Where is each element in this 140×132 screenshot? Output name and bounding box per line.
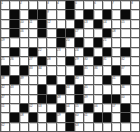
letter-cell[interactable]	[20, 123, 28, 131]
letter-cell[interactable]	[66, 66, 74, 74]
blocked-cell	[47, 95, 55, 103]
blocked-cell	[94, 113, 102, 121]
letter-cell[interactable]	[66, 20, 74, 28]
letter-cell[interactable]	[38, 76, 46, 84]
letter-cell[interactable]	[112, 20, 120, 28]
letter-cell[interactable]: 25	[1, 57, 9, 65]
blocked-cell	[38, 85, 46, 93]
clue-number: 18	[112, 29, 116, 32]
letter-cell[interactable]	[75, 10, 83, 18]
letter-cell[interactable]	[112, 113, 120, 121]
letter-cell[interactable]: 53	[38, 104, 46, 112]
blocked-cell	[66, 1, 74, 9]
letter-cell[interactable]	[29, 85, 37, 93]
letter-cell[interactable]	[47, 104, 55, 112]
blocked-cell	[84, 48, 92, 56]
letter-cell[interactable]	[112, 123, 120, 131]
letter-cell[interactable]	[1, 20, 9, 28]
letter-cell[interactable]: 10	[20, 20, 28, 28]
blocked-cell	[1, 66, 9, 74]
letter-cell[interactable]	[131, 38, 139, 46]
letter-cell[interactable]	[38, 1, 46, 9]
clue-number: 30	[84, 57, 88, 60]
blocked-cell	[38, 20, 46, 28]
letter-cell[interactable]	[20, 57, 28, 65]
letter-cell[interactable]	[57, 57, 65, 65]
letter-cell[interactable]: 55	[75, 104, 83, 112]
blocked-cell	[75, 38, 83, 46]
letter-cell[interactable]	[103, 104, 111, 112]
letter-cell[interactable]	[29, 29, 37, 37]
letter-cell[interactable]: 42	[1, 85, 9, 93]
letter-cell[interactable]	[29, 1, 37, 9]
blocked-cell	[66, 57, 74, 65]
clue-number: 5	[75, 1, 77, 4]
blocked-cell	[66, 29, 74, 37]
blocked-cell	[94, 20, 102, 28]
letter-cell[interactable]: 41	[112, 76, 120, 84]
letter-cell[interactable]: 37	[121, 66, 129, 74]
letter-cell[interactable]	[57, 66, 65, 74]
letter-cell[interactable]	[112, 38, 120, 46]
letter-cell[interactable]	[103, 123, 111, 131]
letter-cell[interactable]: 50	[121, 95, 129, 103]
letter-cell[interactable]: 31	[103, 57, 111, 65]
clue-number: 32	[121, 57, 125, 60]
blocked-cell	[38, 10, 46, 18]
blocked-cell	[66, 76, 74, 84]
blocked-cell	[57, 104, 65, 112]
letter-cell[interactable]: 9	[47, 10, 55, 18]
clue-number: 55	[75, 104, 79, 107]
letter-cell[interactable]	[94, 10, 102, 18]
letter-cell[interactable]: 3	[47, 1, 55, 9]
clue-number: 10	[20, 20, 24, 23]
letter-cell[interactable]	[121, 38, 129, 46]
blocked-cell	[84, 104, 92, 112]
clue-number: 47	[1, 95, 5, 98]
letter-cell[interactable]	[66, 48, 74, 56]
clue-number: 35	[84, 66, 88, 69]
letter-cell[interactable]	[47, 123, 55, 131]
clue-number: 28	[47, 57, 51, 60]
letter-cell[interactable]	[57, 20, 65, 28]
letter-cell[interactable]	[29, 76, 37, 84]
letter-cell[interactable]: 1	[1, 1, 9, 9]
letter-cell[interactable]	[131, 113, 139, 121]
clue-number: 31	[103, 57, 107, 60]
blocked-cell	[75, 95, 83, 103]
blocked-cell	[10, 76, 18, 84]
clue-number: 52	[29, 104, 33, 107]
clue-number: 40	[75, 76, 79, 79]
blocked-cell	[112, 66, 120, 74]
clue-number: 57	[112, 104, 116, 107]
letter-cell[interactable]	[84, 1, 92, 9]
letter-cell[interactable]: 44	[66, 85, 74, 93]
letter-cell[interactable]: 60	[75, 113, 83, 121]
clue-number: 39	[20, 76, 24, 79]
blocked-cell	[94, 57, 102, 65]
blocked-cell	[29, 10, 37, 18]
clue-number: 61	[84, 113, 88, 116]
letter-cell[interactable]	[20, 10, 28, 18]
letter-cell[interactable]	[94, 29, 102, 37]
letter-cell[interactable]	[1, 29, 9, 37]
letter-cell[interactable]	[112, 85, 120, 93]
clue-number: 29	[75, 57, 79, 60]
letter-cell[interactable]	[20, 48, 28, 56]
letter-cell[interactable]: 32	[121, 57, 129, 65]
letter-cell[interactable]: 39	[20, 76, 28, 84]
letter-cell[interactable]	[29, 123, 37, 131]
letter-cell[interactable]: 21	[103, 38, 111, 46]
letter-cell[interactable]	[103, 66, 111, 74]
letter-cell[interactable]: 4	[57, 1, 65, 9]
clue-number: 21	[103, 38, 107, 41]
letter-cell[interactable]: 45	[84, 85, 92, 93]
letter-cell[interactable]	[84, 38, 92, 46]
clue-number: 49	[84, 95, 88, 98]
blocked-cell	[66, 123, 74, 131]
letter-cell[interactable]	[112, 48, 120, 56]
clue-number: 6	[94, 1, 96, 4]
blocked-cell	[75, 66, 83, 74]
letter-cell[interactable]	[57, 10, 65, 18]
letter-cell[interactable]	[131, 10, 139, 18]
clue-number: 45	[84, 85, 88, 88]
clue-number: 14	[103, 20, 107, 23]
blocked-cell	[66, 113, 74, 121]
letter-cell[interactable]	[131, 20, 139, 28]
clue-number: 54	[66, 104, 70, 107]
letter-cell[interactable]: 38	[1, 76, 9, 84]
clue-number: 26	[10, 57, 14, 60]
letter-cell[interactable]: 30	[84, 57, 92, 65]
crossword-board: 1234567891011121314151617181920212223242…	[0, 0, 140, 132]
letter-cell[interactable]: 28	[47, 57, 55, 65]
blocked-cell	[20, 104, 28, 112]
clue-number: 3	[47, 1, 49, 4]
blocked-cell	[10, 113, 18, 121]
letter-cell[interactable]: 2	[20, 1, 28, 9]
letter-cell[interactable]: 15	[121, 20, 129, 28]
blocked-cell	[38, 57, 46, 65]
letter-cell[interactable]: 14	[103, 20, 111, 28]
letter-cell[interactable]: 48	[57, 95, 65, 103]
letter-cell[interactable]	[47, 85, 55, 93]
letter-cell[interactable]: 16	[20, 29, 28, 37]
blocked-cell	[121, 104, 129, 112]
blocked-cell	[94, 38, 102, 46]
clue-number: 63	[75, 123, 79, 126]
clue-number: 53	[38, 104, 42, 107]
blocked-cell	[57, 85, 65, 93]
letter-cell[interactable]: 12	[47, 20, 55, 28]
letter-cell[interactable]: 54	[66, 104, 74, 112]
letter-cell[interactable]: 29	[75, 57, 83, 65]
blocked-cell	[38, 29, 46, 37]
letter-cell[interactable]: 7	[112, 1, 120, 9]
blocked-cell	[10, 48, 18, 56]
blocked-cell	[121, 76, 129, 84]
letter-cell[interactable]	[38, 113, 46, 121]
blocked-cell	[103, 113, 111, 121]
letter-cell[interactable]: 6	[94, 1, 102, 9]
letter-cell[interactable]	[38, 123, 46, 131]
clue-number: 25	[1, 57, 5, 60]
letter-cell[interactable]	[84, 76, 92, 84]
letter-cell[interactable]: 26	[10, 57, 18, 65]
blocked-cell	[103, 76, 111, 84]
clue-number: 42	[1, 85, 5, 88]
letter-cell[interactable]	[94, 95, 102, 103]
letter-cell[interactable]: 19	[1, 38, 9, 46]
letter-cell[interactable]: 40	[75, 76, 83, 84]
clue-number: 36	[94, 66, 98, 69]
letter-cell[interactable]: 17	[75, 29, 83, 37]
blocked-cell	[112, 95, 120, 103]
letter-cell[interactable]: 24	[75, 48, 83, 56]
clue-number: 1	[1, 1, 3, 4]
letter-cell[interactable]	[1, 10, 9, 18]
letter-cell[interactable]	[10, 123, 18, 131]
letter-cell[interactable]	[131, 76, 139, 84]
letter-cell[interactable]: 20	[66, 38, 74, 46]
letter-cell[interactable]	[112, 10, 120, 18]
letter-cell[interactable]: 22	[38, 48, 46, 56]
letter-cell[interactable]	[10, 104, 18, 112]
blocked-cell	[10, 29, 18, 37]
letter-cell[interactable]: 57	[112, 104, 120, 112]
letter-cell[interactable]	[20, 38, 28, 46]
blocked-cell	[103, 48, 111, 56]
letter-cell[interactable]: 11	[29, 20, 37, 28]
letter-cell[interactable]	[103, 1, 111, 9]
letter-cell[interactable]	[131, 66, 139, 74]
letter-cell[interactable]	[20, 95, 28, 103]
letter-cell[interactable]	[29, 95, 37, 103]
clue-number: 33	[29, 66, 33, 69]
blocked-cell	[103, 29, 111, 37]
blocked-cell	[57, 29, 65, 37]
clue-number: 19	[1, 38, 5, 41]
clue-number: 9	[47, 10, 49, 13]
letter-cell[interactable]	[94, 85, 102, 93]
clue-number: 59	[57, 113, 61, 116]
clue-number: 27	[29, 57, 33, 60]
letter-cell[interactable]	[131, 85, 139, 93]
blocked-cell	[66, 10, 74, 18]
blocked-cell	[29, 48, 37, 56]
blocked-cell	[20, 66, 28, 74]
clue-number: 12	[47, 20, 51, 23]
letter-cell[interactable]: 33	[29, 66, 37, 74]
clue-number: 24	[75, 48, 79, 51]
clue-number: 20	[66, 38, 70, 41]
blocked-cell	[47, 113, 55, 121]
letter-cell[interactable]: 43	[10, 85, 18, 93]
letter-cell[interactable]	[38, 38, 46, 46]
clue-number: 50	[121, 95, 125, 98]
letter-cell[interactable]	[10, 1, 18, 9]
clue-number: 23	[57, 48, 61, 51]
letter-cell[interactable]	[47, 48, 55, 56]
blocked-cell	[47, 76, 55, 84]
letter-cell[interactable]	[121, 29, 129, 37]
clue-number: 7	[112, 1, 114, 4]
clue-number: 41	[112, 76, 116, 79]
clue-number: 4	[57, 1, 59, 4]
blocked-cell	[121, 113, 129, 121]
clue-number: 13	[84, 20, 88, 23]
letter-cell[interactable]: 47	[1, 95, 9, 103]
clue-number: 34	[38, 66, 42, 69]
blocked-cell	[29, 113, 37, 121]
clue-number: 48	[57, 95, 61, 98]
blocked-cell	[57, 38, 65, 46]
clue-number: 15	[121, 20, 125, 23]
letter-cell[interactable]	[131, 48, 139, 56]
letter-cell[interactable]: 18	[112, 29, 120, 37]
clue-number: 44	[66, 85, 70, 88]
letter-cell[interactable]: 59	[57, 113, 65, 121]
letter-cell[interactable]	[47, 29, 55, 37]
clue-number: 22	[38, 48, 42, 51]
letter-cell[interactable]: 56	[94, 104, 102, 112]
clue-number: 17	[75, 29, 79, 32]
letter-cell[interactable]	[94, 76, 102, 84]
clue-number: 46	[121, 85, 125, 88]
letter-cell[interactable]: 35	[84, 66, 92, 74]
blocked-cell	[121, 10, 129, 18]
clue-number: 2	[20, 1, 22, 4]
letter-cell[interactable]: 8	[131, 1, 139, 9]
letter-cell[interactable]	[1, 113, 9, 121]
letter-cell[interactable]	[10, 38, 18, 46]
blocked-cell	[121, 48, 129, 56]
letter-cell[interactable]: 13	[84, 20, 92, 28]
blocked-cell	[38, 95, 46, 103]
letter-cell[interactable]	[66, 95, 74, 103]
clue-number: 60	[75, 113, 79, 116]
letter-cell[interactable]: 52	[29, 104, 37, 112]
letter-cell[interactable]	[94, 48, 102, 56]
letter-cell[interactable]	[131, 95, 139, 103]
letter-cell[interactable]: 51	[1, 104, 9, 112]
blocked-cell	[75, 20, 83, 28]
letter-cell[interactable]	[131, 123, 139, 131]
letter-cell[interactable]	[94, 123, 102, 131]
letter-cell[interactable]	[47, 66, 55, 74]
letter-cell[interactable]: 63	[75, 123, 83, 131]
letter-cell[interactable]	[112, 57, 120, 65]
letter-cell[interactable]	[121, 123, 129, 131]
letter-cell[interactable]: 61	[84, 113, 92, 121]
letter-cell[interactable]: 23	[57, 48, 65, 56]
clue-number: 43	[10, 85, 14, 88]
clue-number: 38	[1, 76, 5, 79]
letter-cell[interactable]: 36	[94, 66, 102, 74]
letter-cell[interactable]	[103, 85, 111, 93]
letter-cell[interactable]	[131, 104, 139, 112]
letter-cell[interactable]	[57, 123, 65, 131]
letter-cell[interactable]: 34	[38, 66, 46, 74]
letter-cell[interactable]	[47, 38, 55, 46]
clue-number: 8	[131, 1, 133, 4]
letter-cell[interactable]	[1, 48, 9, 56]
clue-number: 16	[20, 29, 24, 32]
blocked-cell	[84, 10, 92, 18]
clue-number: 56	[94, 104, 98, 107]
clue-number: 51	[1, 104, 5, 107]
letter-cell[interactable]: 46	[121, 85, 129, 93]
blocked-cell	[10, 10, 18, 18]
letter-cell[interactable]	[20, 85, 28, 93]
letter-cell[interactable]	[84, 123, 92, 131]
letter-cell[interactable]	[131, 57, 139, 65]
letter-cell[interactable]	[29, 38, 37, 46]
blocked-cell	[103, 95, 111, 103]
clue-number: 62	[1, 123, 5, 126]
letter-cell[interactable]: 49	[84, 95, 92, 103]
clue-number: 37	[121, 66, 125, 69]
letter-cell[interactable]	[10, 95, 18, 103]
letter-cell[interactable]	[10, 66, 18, 74]
letter-cell[interactable]	[57, 76, 65, 84]
clue-number: 58	[20, 113, 24, 116]
letter-cell[interactable]: 58	[20, 113, 28, 121]
letter-cell[interactable]	[121, 1, 129, 9]
blocked-cell	[75, 85, 83, 93]
letter-cell[interactable]: 27	[29, 57, 37, 65]
clue-number: 11	[29, 20, 32, 23]
blocked-cell	[10, 20, 18, 28]
letter-cell[interactable]	[131, 29, 139, 37]
letter-cell[interactable]	[84, 29, 92, 37]
letter-cell[interactable]: 5	[75, 1, 83, 9]
letter-cell[interactable]: 62	[1, 123, 9, 131]
blocked-cell	[103, 10, 111, 18]
